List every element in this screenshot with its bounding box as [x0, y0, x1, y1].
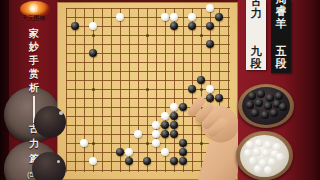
black-stone: [179, 103, 188, 112]
bowl-black-stone: [279, 103, 287, 111]
lid-highlight: [57, 160, 60, 163]
white-stone: [161, 112, 170, 121]
bowl-white-stone: [246, 141, 254, 149]
white-stone: [170, 103, 179, 112]
bowl-white-stone: [276, 153, 284, 161]
star-point: [92, 34, 95, 37]
white-stone: [134, 130, 143, 139]
star-point: [92, 88, 95, 91]
black-stone: [197, 76, 206, 85]
bowl-black-stone: [261, 111, 269, 119]
rank-char: 段: [271, 57, 291, 69]
white-stone: [188, 13, 197, 22]
black-stone: [170, 22, 179, 31]
black-stone: [215, 13, 224, 22]
board-grid: [66, 8, 230, 172]
black-stone: [170, 121, 179, 130]
name-char: 力: [246, 7, 266, 19]
bowl-white-stone: [262, 149, 270, 157]
title-char: 析: [27, 81, 41, 94]
white-stone: [206, 4, 215, 13]
white-stone: [161, 148, 170, 157]
white-stone-bowl-inside: [240, 135, 289, 177]
white-player-plate: 古 力 九 段: [246, 0, 266, 70]
black-stone: [188, 22, 197, 31]
white-stone: [206, 85, 215, 94]
black-stone: [89, 49, 98, 58]
star-point: [200, 142, 203, 145]
lid-highlight: [59, 111, 63, 115]
white-stone: [152, 130, 161, 139]
white-stone: [170, 13, 179, 22]
white-stone: [89, 22, 98, 31]
black-player-plate: 周 睿 羊 五 段: [271, 0, 291, 73]
title-char: 手: [27, 54, 41, 67]
black-stone: [143, 157, 152, 166]
white-stone: [89, 157, 98, 166]
bowl-white-stone: [253, 148, 261, 156]
series-char: 力: [27, 136, 41, 151]
black-stone: [170, 112, 179, 121]
black-stone: [125, 157, 134, 166]
black-stone: [179, 148, 188, 157]
name-char: 羊: [271, 17, 291, 29]
bowl-black-stone: [275, 92, 283, 100]
white-stone: [152, 121, 161, 130]
bowl-black-stone: [270, 109, 278, 117]
bowl-white-stone: [244, 149, 252, 157]
title-char: 妙: [27, 40, 41, 53]
black-stone: [116, 148, 125, 157]
black-stone: [206, 22, 215, 31]
rank-char: 段: [246, 57, 266, 69]
bowl-black-stone: [257, 90, 265, 98]
black-player-name: 周 睿 羊: [271, 0, 291, 29]
white-player-rank: 九 段: [246, 45, 266, 69]
white-stone: [80, 139, 89, 148]
bowl-black-stone: [255, 99, 263, 107]
black-stone: [215, 94, 224, 103]
white-stone: [161, 13, 170, 22]
bowl-white-stone: [249, 157, 257, 165]
black-player-rank: 五 段: [271, 45, 291, 69]
black-stone: [170, 157, 179, 166]
black-stone: [170, 130, 179, 139]
black-stone: [206, 94, 215, 103]
name-char: 古: [246, 0, 266, 7]
bowl-black-stone: [248, 92, 256, 100]
program-title: 家 妙 手 赏 析: [27, 27, 41, 94]
black-stone: [179, 139, 188, 148]
tv-frame: 天元围棋 家 妙 手 赏 析 古 力 篇 (56) 古 力 九 段: [0, 0, 320, 180]
star-point: [146, 88, 149, 91]
black-stone: [206, 40, 215, 49]
rank-char: 九: [246, 45, 266, 57]
bowl-white-stone: [255, 139, 263, 147]
star-point: [146, 34, 149, 37]
bowl-black-stone: [246, 101, 254, 109]
bowl-white-stone: [264, 166, 272, 174]
bowl-white-stone: [254, 165, 262, 173]
star-point: [146, 142, 149, 145]
bowl-black-stone: [251, 109, 259, 117]
rank-char: 五: [271, 45, 291, 57]
star-point: [92, 142, 95, 145]
name-char: 睿: [271, 5, 291, 17]
white-stone: [116, 13, 125, 22]
bowl-white-stone: [264, 141, 272, 149]
star-point: [200, 34, 203, 37]
star-point: [200, 88, 203, 91]
left-bowl-lid: [32, 152, 66, 180]
title-char: 家: [27, 27, 41, 40]
black-stone: [188, 85, 197, 94]
black-stone: [161, 121, 170, 130]
black-stone-bowl-inside: [242, 87, 290, 125]
white-player-name: 古 力: [246, 0, 266, 19]
channel-name: 天元围棋: [9, 14, 58, 23]
title-char: 赏: [27, 67, 41, 80]
bowl-white-stone: [268, 158, 276, 166]
black-stone: [179, 157, 188, 166]
white-stone: [152, 139, 161, 148]
black-stone: [71, 22, 80, 31]
black-stone: [161, 130, 170, 139]
white-stone: [125, 148, 134, 157]
